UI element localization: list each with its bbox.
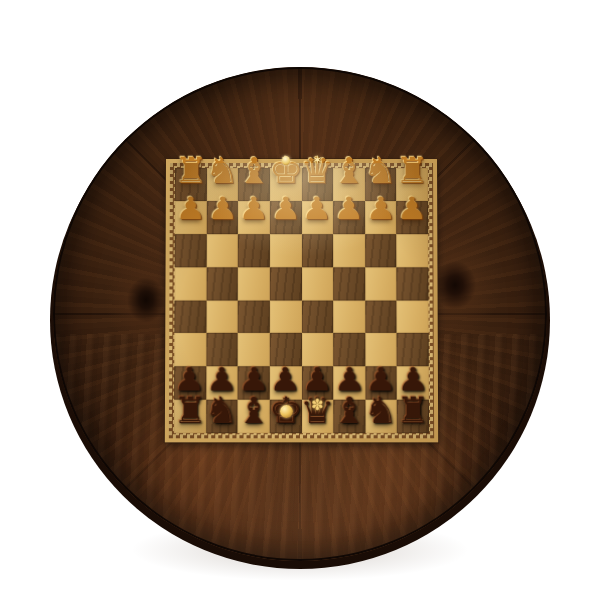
white-pawn-glyph: ♟: [397, 193, 428, 224]
square-f4[interactable]: [238, 267, 270, 300]
square-a5[interactable]: [397, 300, 429, 333]
white-pawn[interactable]: ♟: [238, 201, 270, 234]
white-pawn-glyph: ♟: [175, 193, 206, 224]
square-d2[interactable]: ♟: [302, 201, 334, 234]
square-f5[interactable]: [238, 300, 270, 333]
square-d4[interactable]: [302, 267, 334, 300]
black-king-glyph: ♚: [268, 392, 302, 429]
black-bishop[interactable]: ♝: [333, 400, 365, 433]
white-pawn[interactable]: ♟: [270, 201, 302, 234]
square-c8[interactable]: ♝: [333, 400, 365, 433]
square-e2[interactable]: ♟: [270, 201, 302, 234]
white-knight-glyph: ♞: [364, 153, 398, 189]
square-a2[interactable]: ♟: [396, 201, 428, 234]
white-pawn[interactable]: ♟: [206, 201, 238, 234]
square-a3[interactable]: [397, 234, 429, 267]
square-d8[interactable]: ♛✽: [302, 400, 334, 433]
black-knight[interactable]: ♞: [206, 400, 238, 433]
black-rook-glyph: ♜: [396, 392, 430, 429]
white-pawn-glyph: ♟: [207, 193, 238, 224]
white-king-glyph: ♚: [269, 153, 303, 189]
white-pawn[interactable]: ♟: [175, 201, 207, 234]
white-pawn-glyph: ♟: [270, 193, 301, 224]
white-pawn-glyph: ♟: [365, 193, 396, 224]
square-c5[interactable]: [333, 300, 365, 333]
white-pawn-glyph: ♟: [302, 193, 333, 224]
black-bishop-glyph: ♝: [237, 392, 271, 429]
square-d3[interactable]: [302, 234, 334, 267]
black-knight-glyph: ♞: [205, 392, 239, 429]
square-g3[interactable]: [206, 234, 238, 267]
black-bishop-glyph: ♝: [332, 392, 366, 429]
white-rook-glyph: ♜: [174, 153, 208, 189]
black-queen-glyph: ♛: [300, 392, 334, 429]
square-f2[interactable]: ♟: [238, 201, 270, 234]
square-g4[interactable]: [206, 267, 238, 300]
square-f8[interactable]: ♝: [238, 400, 270, 433]
board-grid: ♜♞♝♚♛✶♝♞♜♟♟♟♟♟♟♟♟♟♟♟♟♟♟♟♟♜♞♝♚♛✽♝♞♜: [174, 168, 429, 433]
white-queen-glyph: ♛: [300, 153, 334, 189]
square-g5[interactable]: [206, 300, 238, 333]
square-h4[interactable]: [174, 267, 206, 300]
white-bishop-glyph: ♝: [332, 153, 366, 189]
white-pawn-glyph: ♟: [334, 193, 365, 224]
white-rook-glyph: ♜: [395, 153, 429, 189]
square-d5[interactable]: [302, 300, 334, 333]
white-knight-glyph: ♞: [205, 153, 239, 189]
chess-board: ♜♞♝♚♛✶♝♞♜♟♟♟♟♟♟♟♟♟♟♟♟♟♟♟♟♜♞♝♚♛✽♝♞♜: [165, 159, 438, 442]
square-f3[interactable]: [238, 234, 270, 267]
square-e3[interactable]: [270, 234, 302, 267]
square-b8[interactable]: ♞: [365, 400, 397, 433]
square-g2[interactable]: ♟: [206, 201, 238, 234]
white-pawn[interactable]: ♟: [302, 201, 334, 234]
square-b2[interactable]: ♟: [365, 201, 397, 234]
square-c4[interactable]: [333, 267, 365, 300]
square-h5[interactable]: [174, 300, 206, 333]
square-e8[interactable]: ♚: [270, 400, 302, 433]
white-pawn[interactable]: ♟: [396, 201, 428, 234]
black-rook-glyph: ♜: [173, 392, 207, 429]
white-bishop-glyph: ♝: [237, 153, 271, 189]
black-knight-glyph: ♞: [364, 392, 398, 429]
black-knight[interactable]: ♞: [365, 400, 397, 433]
square-h3[interactable]: [175, 234, 207, 267]
square-b5[interactable]: [365, 300, 397, 333]
square-c2[interactable]: ♟: [333, 201, 365, 234]
black-rook[interactable]: ♜: [174, 400, 206, 433]
square-b3[interactable]: [365, 234, 397, 267]
square-c3[interactable]: [333, 234, 365, 267]
black-queen[interactable]: ♛: [302, 400, 334, 433]
white-pawn[interactable]: ♟: [365, 201, 397, 234]
black-king[interactable]: ♚: [270, 400, 302, 433]
black-bishop[interactable]: ♝: [238, 400, 270, 433]
square-a8[interactable]: ♜: [397, 400, 429, 433]
square-e4[interactable]: [270, 267, 302, 300]
chess-set-photo: ♜♞♝♚♛✶♝♞♜♟♟♟♟♟♟♟♟♟♟♟♟♟♟♟♟♜♞♝♚♛✽♝♞♜: [0, 0, 600, 600]
square-b4[interactable]: [365, 267, 397, 300]
black-rook[interactable]: ♜: [397, 400, 429, 433]
white-pawn-glyph: ♟: [239, 193, 270, 224]
square-e5[interactable]: [270, 300, 302, 333]
square-g8[interactable]: ♞: [206, 400, 238, 433]
square-h8[interactable]: ♜: [174, 400, 206, 433]
mosaic-inlay-border: ♜♞♝♚♛✶♝♞♜♟♟♟♟♟♟♟♟♟♟♟♟♟♟♟♟♜♞♝♚♛✽♝♞♜: [169, 163, 434, 438]
square-a4[interactable]: [397, 267, 429, 300]
white-pawn[interactable]: ♟: [333, 201, 365, 234]
square-h2[interactable]: ♟: [175, 201, 207, 234]
